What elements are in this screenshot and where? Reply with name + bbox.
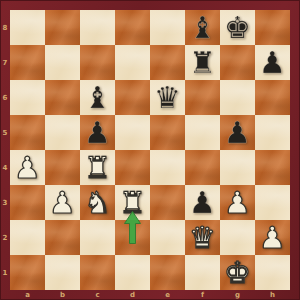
square-d8[interactable] <box>115 10 150 45</box>
square-f2[interactable]: ♛ <box>185 220 220 255</box>
rank-label-8: 8 <box>0 10 10 45</box>
square-g2[interactable] <box>220 220 255 255</box>
piece-white-pawn-g3[interactable]: ♟ <box>220 185 255 220</box>
square-d5[interactable] <box>115 115 150 150</box>
square-b6[interactable] <box>45 80 80 115</box>
square-b7[interactable] <box>45 45 80 80</box>
piece-white-pawn-b3[interactable]: ♟ <box>45 185 80 220</box>
square-a8[interactable] <box>10 10 45 45</box>
square-g7[interactable] <box>220 45 255 80</box>
square-h8[interactable] <box>255 10 290 45</box>
square-d2[interactable] <box>115 220 150 255</box>
square-b2[interactable] <box>45 220 80 255</box>
rank-label-3: 3 <box>0 185 10 220</box>
square-g1[interactable]: ♚ <box>220 255 255 290</box>
piece-black-pawn-h7[interactable]: ♟ <box>255 45 290 80</box>
rank-label-2: 2 <box>0 220 10 255</box>
square-b5[interactable] <box>45 115 80 150</box>
square-d1[interactable] <box>115 255 150 290</box>
square-c2[interactable] <box>80 220 115 255</box>
square-a4[interactable]: ♟ <box>10 150 45 185</box>
piece-black-pawn-g5[interactable]: ♟ <box>220 115 255 150</box>
square-a7[interactable] <box>10 45 45 80</box>
square-g8[interactable]: ♚ <box>220 10 255 45</box>
square-d3[interactable]: ♜ <box>115 185 150 220</box>
square-e2[interactable] <box>150 220 185 255</box>
piece-white-queen-f2[interactable]: ♛ <box>185 220 220 255</box>
file-label-h: h <box>255 290 290 300</box>
piece-black-pawn-c5[interactable]: ♟ <box>80 115 115 150</box>
square-h2[interactable]: ♟ <box>255 220 290 255</box>
square-h4[interactable] <box>255 150 290 185</box>
square-a3[interactable] <box>10 185 45 220</box>
square-c8[interactable] <box>80 10 115 45</box>
square-c5[interactable]: ♟ <box>80 115 115 150</box>
square-h6[interactable] <box>255 80 290 115</box>
square-f5[interactable] <box>185 115 220 150</box>
file-label-b: b <box>45 290 80 300</box>
square-e7[interactable] <box>150 45 185 80</box>
square-e6[interactable]: ♛ <box>150 80 185 115</box>
square-e3[interactable] <box>150 185 185 220</box>
square-b3[interactable]: ♟ <box>45 185 80 220</box>
rank-label-1: 1 <box>0 255 10 290</box>
square-e5[interactable] <box>150 115 185 150</box>
square-b8[interactable] <box>45 10 80 45</box>
square-e1[interactable] <box>150 255 185 290</box>
rank-label-7: 7 <box>0 45 10 80</box>
square-g5[interactable]: ♟ <box>220 115 255 150</box>
chess-board: ♝♚♜♟♝♛♟♟♟♜♟♞♜♟♟♛♟♚ <box>10 10 290 290</box>
square-f8[interactable]: ♝ <box>185 10 220 45</box>
piece-black-king-g8[interactable]: ♚ <box>220 10 255 45</box>
square-c3[interactable]: ♞ <box>80 185 115 220</box>
piece-black-bishop-f8[interactable]: ♝ <box>185 10 220 45</box>
file-label-c: c <box>80 290 115 300</box>
square-b1[interactable] <box>45 255 80 290</box>
square-c7[interactable] <box>80 45 115 80</box>
square-c4[interactable]: ♜ <box>80 150 115 185</box>
rank-label-5: 5 <box>0 115 10 150</box>
piece-black-queen-e6[interactable]: ♛ <box>150 80 185 115</box>
square-c6[interactable]: ♝ <box>80 80 115 115</box>
square-g3[interactable]: ♟ <box>220 185 255 220</box>
piece-black-bishop-c6[interactable]: ♝ <box>80 80 115 115</box>
file-label-d: d <box>115 290 150 300</box>
square-c1[interactable] <box>80 255 115 290</box>
file-label-f: f <box>185 290 220 300</box>
rank-label-4: 4 <box>0 150 10 185</box>
square-d4[interactable] <box>115 150 150 185</box>
square-a5[interactable] <box>10 115 45 150</box>
piece-white-rook-d3[interactable]: ♜ <box>115 185 150 220</box>
square-f7[interactable]: ♜ <box>185 45 220 80</box>
square-d7[interactable] <box>115 45 150 80</box>
square-f6[interactable] <box>185 80 220 115</box>
piece-black-rook-f7[interactable]: ♜ <box>185 45 220 80</box>
square-e8[interactable] <box>150 10 185 45</box>
piece-white-rook-c4[interactable]: ♜ <box>80 150 115 185</box>
square-g4[interactable] <box>220 150 255 185</box>
piece-black-pawn-f3[interactable]: ♟ <box>185 185 220 220</box>
square-f1[interactable] <box>185 255 220 290</box>
square-h1[interactable] <box>255 255 290 290</box>
file-label-g: g <box>220 290 255 300</box>
chess-board-frame: ♝♚♜♟♝♛♟♟♟♜♟♞♜♟♟♛♟♚ 87654321abcdefgh <box>0 0 300 300</box>
rank-label-6: 6 <box>0 80 10 115</box>
square-h3[interactable] <box>255 185 290 220</box>
square-f3[interactable]: ♟ <box>185 185 220 220</box>
piece-white-pawn-a4[interactable]: ♟ <box>10 150 45 185</box>
piece-white-knight-c3[interactable]: ♞ <box>80 185 115 220</box>
square-b4[interactable] <box>45 150 80 185</box>
file-label-e: e <box>150 290 185 300</box>
square-h7[interactable]: ♟ <box>255 45 290 80</box>
square-f4[interactable] <box>185 150 220 185</box>
piece-white-king-g1[interactable]: ♚ <box>220 255 255 290</box>
square-e4[interactable] <box>150 150 185 185</box>
square-a1[interactable] <box>10 255 45 290</box>
square-a2[interactable] <box>10 220 45 255</box>
square-a6[interactable] <box>10 80 45 115</box>
square-h5[interactable] <box>255 115 290 150</box>
piece-white-pawn-h2[interactable]: ♟ <box>255 220 290 255</box>
file-label-a: a <box>10 290 45 300</box>
square-g6[interactable] <box>220 80 255 115</box>
square-d6[interactable] <box>115 80 150 115</box>
